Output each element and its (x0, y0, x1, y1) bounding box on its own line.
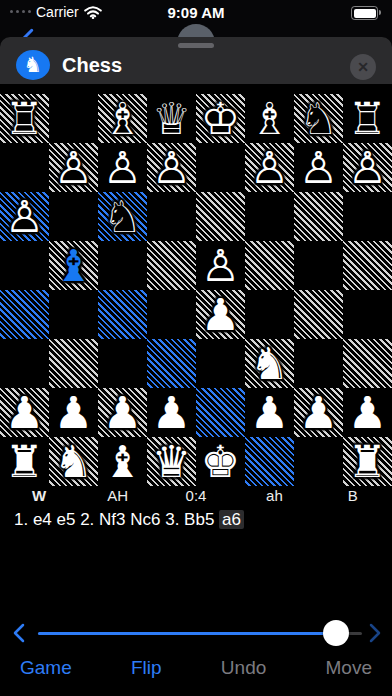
square-c4[interactable] (98, 290, 147, 339)
square-f4[interactable] (245, 290, 294, 339)
piece-halo: ♟ (0, 388, 49, 437)
piece-bP-a6: ♙ (0, 192, 49, 241)
piece-halo: ♛ (147, 94, 196, 143)
piece-halo: ♟ (294, 143, 343, 192)
current-move: a6 (219, 510, 244, 529)
square-b2[interactable]: ♟♟ (49, 388, 98, 437)
piece-bP-d7: ♙ (147, 143, 196, 192)
square-d1[interactable]: ♛♛ (147, 437, 196, 486)
square-h4[interactable] (343, 290, 392, 339)
square-e5[interactable]: ♟♙ (196, 241, 245, 290)
piece-halo: ♞ (98, 192, 147, 241)
square-e4[interactable]: ♟♟ (196, 290, 245, 339)
piece-halo: ♝ (49, 241, 98, 290)
move-slider-thumb[interactable] (323, 620, 349, 646)
piece-wP-h2: ♟ (343, 388, 392, 437)
square-f8[interactable]: ♝♗ (245, 94, 294, 143)
chess-board: ♜♖♝♗♛♕♚♔♝♗♞♘♜♖♟♙♟♙♟♙♟♙♟♙♟♙♟♙♞♘♝♝♟♙♟♟♞♞♟♟… (0, 94, 392, 486)
square-d3[interactable] (147, 339, 196, 388)
undo-button[interactable]: Undo (221, 657, 266, 679)
piece-halo: ♚ (196, 94, 245, 143)
square-d8[interactable]: ♛♕ (147, 94, 196, 143)
clock: 9:09 AM (0, 4, 392, 21)
square-g3[interactable] (294, 339, 343, 388)
piece-halo: ♜ (0, 437, 49, 486)
square-h2[interactable]: ♟♟ (343, 388, 392, 437)
piece-halo: ♞ (294, 94, 343, 143)
square-f7[interactable]: ♟♙ (245, 143, 294, 192)
square-b1[interactable]: ♞♞ (49, 437, 98, 486)
piece-bN-c6: ♘ (98, 192, 147, 241)
piece-halo: ♟ (196, 290, 245, 339)
piece-halo: ♟ (343, 143, 392, 192)
square-a1[interactable]: ♜♜ (0, 437, 49, 486)
square-f5[interactable] (245, 241, 294, 290)
square-g8[interactable]: ♞♘ (294, 94, 343, 143)
piece-halo: ♟ (49, 388, 98, 437)
piece-bB-c8: ♗ (98, 94, 147, 143)
piece-wP-g2: ♟ (294, 388, 343, 437)
square-b4[interactable] (49, 290, 98, 339)
piece-wB-c1: ♝ (98, 437, 147, 486)
piece-halo: ♞ (245, 339, 294, 388)
square-c1[interactable]: ♝♝ (98, 437, 147, 486)
moves-played: 1. e4 e5 2. Nf3 Nc6 3. Bb5 (14, 510, 214, 529)
piece-bR-a8: ♖ (0, 94, 49, 143)
square-f3[interactable]: ♞♞ (245, 339, 294, 388)
square-f1[interactable] (245, 437, 294, 486)
piece-wK-e1: ♚ (196, 437, 245, 486)
piece-wN-f3: ♞ (245, 339, 294, 388)
piece-wQ-d1: ♛ (147, 437, 196, 486)
piece-halo: ♟ (196, 241, 245, 290)
piece-halo: ♟ (98, 388, 147, 437)
square-g6[interactable] (294, 192, 343, 241)
piece-halo: ♛ (147, 437, 196, 486)
square-c2[interactable]: ♟♟ (98, 388, 147, 437)
piece-bP-h7: ♙ (343, 143, 392, 192)
piece-halo: ♝ (98, 437, 147, 486)
square-a3[interactable] (0, 339, 49, 388)
square-c8[interactable]: ♝♗ (98, 94, 147, 143)
piece-wP-c2: ♟ (98, 388, 147, 437)
square-d4[interactable] (147, 290, 196, 339)
piece-wN-b1: ♞ (49, 437, 98, 486)
square-a7[interactable] (0, 143, 49, 192)
square-g5[interactable] (294, 241, 343, 290)
square-a2[interactable]: ♟♟ (0, 388, 49, 437)
square-h6[interactable] (343, 192, 392, 241)
knight-icon: ♞ (24, 55, 43, 76)
piece-bN-g8: ♘ (294, 94, 343, 143)
square-b7[interactable]: ♟♙ (49, 143, 98, 192)
square-c5[interactable] (98, 241, 147, 290)
piece-halo: ♝ (98, 94, 147, 143)
square-d6[interactable] (147, 192, 196, 241)
square-b3[interactable] (49, 339, 98, 388)
square-d7[interactable]: ♟♙ (147, 143, 196, 192)
square-h1[interactable]: ♜♜ (343, 437, 392, 486)
sheet-header: ♞ Chess ✕ (0, 37, 392, 84)
piece-wP-a2: ♟ (0, 388, 49, 437)
square-h8[interactable]: ♜♖ (343, 94, 392, 143)
piece-halo: ♟ (147, 143, 196, 192)
square-e1[interactable]: ♚♚ (196, 437, 245, 486)
piece-bR-h8: ♖ (343, 94, 392, 143)
piece-halo: ♚ (196, 437, 245, 486)
piece-halo: ♟ (245, 388, 294, 437)
square-h5[interactable] (343, 241, 392, 290)
page-title: Chess (62, 54, 122, 77)
piece-wR-h1: ♜ (343, 437, 392, 486)
piece-bP-g7: ♙ (294, 143, 343, 192)
status-bar: Carrier 9:09 AM (0, 0, 392, 24)
square-d5[interactable] (147, 241, 196, 290)
step-back-chevron[interactable] (12, 620, 26, 646)
piece-halo: ♜ (343, 94, 392, 143)
piece-bP-e5: ♙ (196, 241, 245, 290)
info-black-player: ah (235, 487, 313, 504)
move-button[interactable]: Move (326, 657, 372, 679)
piece-wP-d2: ♟ (147, 388, 196, 437)
piece-bP-b7: ♙ (49, 143, 98, 192)
piece-bP-f7: ♙ (245, 143, 294, 192)
square-g4[interactable] (294, 290, 343, 339)
info-clock: 0:4 (157, 487, 235, 504)
piece-halo: ♟ (0, 192, 49, 241)
piece-halo: ♟ (49, 143, 98, 192)
piece-bP-c7: ♙ (98, 143, 147, 192)
square-f2[interactable]: ♟♟ (245, 388, 294, 437)
square-c3[interactable] (98, 339, 147, 388)
square-c6[interactable]: ♞♘ (98, 192, 147, 241)
square-c7[interactable]: ♟♙ (98, 143, 147, 192)
piece-wP-f2: ♟ (245, 388, 294, 437)
piece-halo: ♟ (98, 143, 147, 192)
piece-halo: ♟ (294, 388, 343, 437)
square-g1[interactable] (294, 437, 343, 486)
square-h3[interactable] (343, 339, 392, 388)
square-a5[interactable] (0, 241, 49, 290)
square-e3[interactable] (196, 339, 245, 388)
square-h7[interactable]: ♟♙ (343, 143, 392, 192)
close-button[interactable]: ✕ (350, 54, 376, 80)
square-a6[interactable]: ♟♙ (0, 192, 49, 241)
square-b6[interactable] (49, 192, 98, 241)
square-f6[interactable] (245, 192, 294, 241)
square-e7[interactable] (196, 143, 245, 192)
game-info-row: W AH 0:4 ah B (0, 487, 392, 504)
piece-bQ-d8: ♕ (147, 94, 196, 143)
piece-halo: ♟ (343, 388, 392, 437)
square-e2[interactable] (196, 388, 245, 437)
square-g2[interactable]: ♟♟ (294, 388, 343, 437)
piece-halo: ♟ (147, 388, 196, 437)
grab-handle[interactable] (178, 43, 214, 48)
piece-bB-f8: ♗ (245, 94, 294, 143)
piece-halo: ♜ (0, 94, 49, 143)
info-black-label: B (314, 487, 392, 504)
piece-halo: ♝ (245, 94, 294, 143)
step-forward-chevron[interactable] (368, 620, 382, 646)
piece-wB-b5: ♝ (49, 241, 98, 290)
info-white-label: W (0, 487, 78, 504)
square-e6[interactable] (196, 192, 245, 241)
square-g7[interactable]: ♟♙ (294, 143, 343, 192)
move-list: 1. e4 e5 2. Nf3 Nc6 3. Bb5 a6 (14, 509, 378, 530)
battery-icon (351, 6, 378, 20)
chess-app-icon: ♞ (16, 50, 50, 80)
square-b5[interactable]: ♝♝ (49, 241, 98, 290)
piece-halo: ♞ (49, 437, 98, 486)
bottom-toolbar: Game Flip Undo Move (0, 657, 392, 679)
piece-wP-e4: ♟ (196, 290, 245, 339)
piece-halo: ♟ (245, 143, 294, 192)
square-d2[interactable]: ♟♟ (147, 388, 196, 437)
flip-button[interactable]: Flip (131, 657, 162, 679)
move-slider-track[interactable] (38, 632, 362, 635)
square-a4[interactable] (0, 290, 49, 339)
piece-bK-e8: ♔ (196, 94, 245, 143)
piece-wP-b2: ♟ (49, 388, 98, 437)
chess-sheet: ♞ Chess ✕ ♜♖♝♗♛♕♚♔♝♗♞♘♜♖♟♙♟♙♟♙♟♙♟♙♟♙♟♙♞♘… (0, 37, 392, 696)
game-button[interactable]: Game (20, 657, 72, 679)
square-e8[interactable]: ♚♔ (196, 94, 245, 143)
piece-halo: ♜ (343, 437, 392, 486)
info-white-player: AH (78, 487, 156, 504)
square-a8[interactable]: ♜♖ (0, 94, 49, 143)
piece-wR-a1: ♜ (0, 437, 49, 486)
square-b8[interactable] (49, 94, 98, 143)
